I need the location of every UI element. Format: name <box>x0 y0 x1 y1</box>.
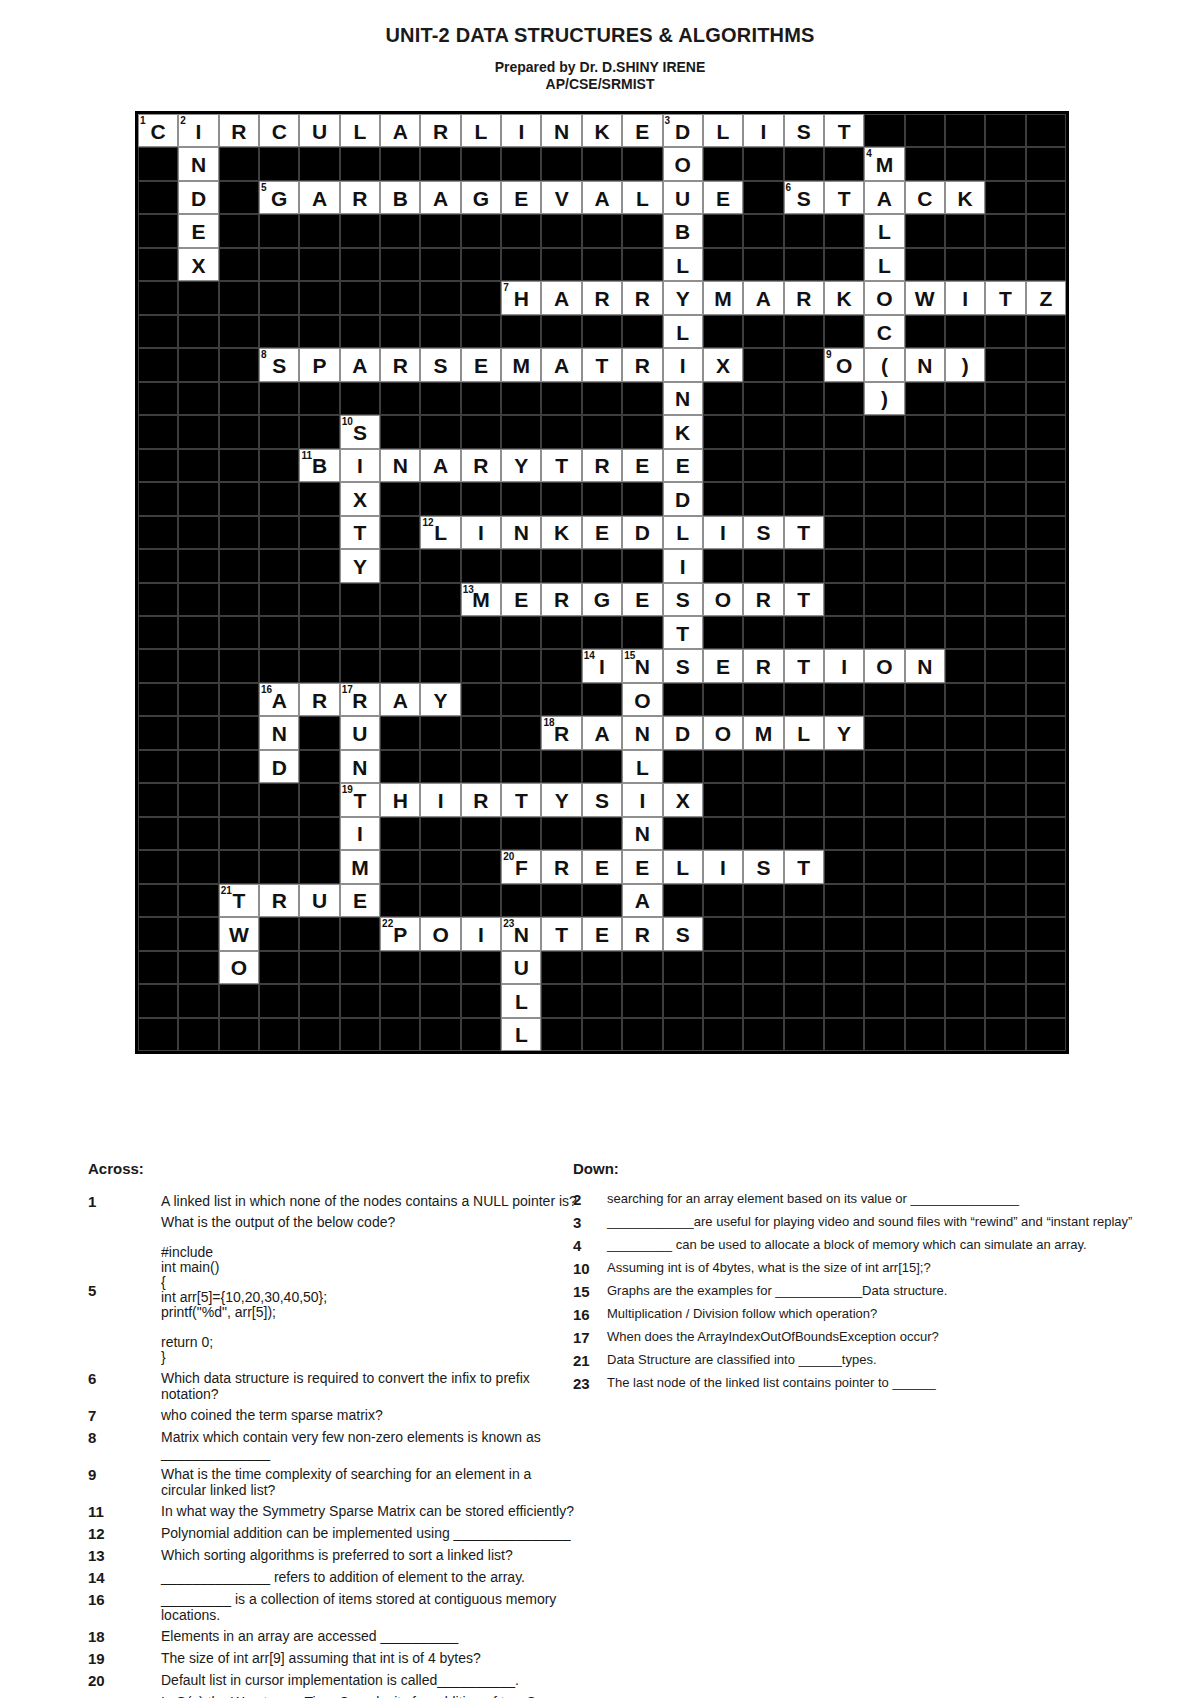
grid-cell[interactable]: N <box>178 147 218 180</box>
grid-cell[interactable]: E <box>461 348 501 381</box>
grid-cell[interactable]: A <box>541 348 581 381</box>
grid-cell[interactable]: E <box>501 583 541 616</box>
grid-cell[interactable]: R <box>582 281 622 314</box>
grid-cell[interactable]: R <box>622 917 662 950</box>
grid-cell <box>784 449 824 482</box>
grid-cell[interactable]: 6S <box>784 181 824 214</box>
grid-cell <box>985 984 1025 1017</box>
grid-cell[interactable]: R <box>340 181 380 214</box>
grid-cell[interactable]: I <box>340 817 380 850</box>
grid-cell[interactable]: I <box>945 281 985 314</box>
grid-cell <box>743 1018 783 1051</box>
grid-cell <box>945 917 985 950</box>
grid-cell[interactable]: O <box>703 716 743 749</box>
grid-cell[interactable]: R <box>380 348 420 381</box>
grid-cell[interactable]: 7H <box>501 281 541 314</box>
grid-cell <box>824 214 864 247</box>
grid-cell[interactable]: I <box>703 516 743 549</box>
grid-cell[interactable]: N <box>905 649 945 682</box>
cell-letter: A <box>352 355 367 376</box>
grid-cell[interactable]: A <box>340 348 380 381</box>
down-clue-15: 15Graphs are the examples for __________… <box>573 1283 1183 1300</box>
grid-cell[interactable]: O <box>663 147 703 180</box>
grid-cell[interactable]: E <box>703 181 743 214</box>
grid-cell[interactable]: 8S <box>259 348 299 381</box>
grid-cell[interactable]: M <box>703 281 743 314</box>
grid-cell[interactable]: I <box>743 114 783 147</box>
grid-cell[interactable]: R <box>541 850 581 883</box>
grid-cell <box>259 147 299 180</box>
across-clue-12: 12Polynomial addition can be implemented… <box>88 1525 578 1542</box>
grid-cell[interactable]: U <box>299 114 339 147</box>
grid-cell[interactable]: T <box>985 281 1025 314</box>
grid-cell[interactable]: I <box>703 850 743 883</box>
cell-number: 11 <box>301 450 312 461</box>
grid-cell[interactable]: R <box>299 683 339 716</box>
grid-cell <box>299 214 339 247</box>
grid-cell[interactable]: I <box>663 348 703 381</box>
grid-cell[interactable]: U <box>340 716 380 749</box>
grid-cell[interactable]: X <box>340 482 380 515</box>
grid-cell[interactable]: Y <box>420 683 460 716</box>
grid-cell[interactable]: ) <box>864 382 904 415</box>
grid-cell[interactable]: T <box>663 616 703 649</box>
grid-cell <box>259 482 299 515</box>
cell-letter: I <box>680 355 686 376</box>
grid-cell[interactable]: 2I <box>178 114 218 147</box>
grid-cell[interactable]: M <box>340 850 380 883</box>
grid-cell[interactable]: S <box>743 516 783 549</box>
grid-cell <box>582 482 622 515</box>
grid-cell[interactable]: O <box>864 649 904 682</box>
page-subtitle-author: Prepared by Dr. D.SHINY IRENE <box>0 59 1200 75</box>
grid-cell[interactable]: A <box>420 181 460 214</box>
grid-cell[interactable]: L <box>663 516 703 549</box>
grid-cell[interactable]: I <box>461 516 501 549</box>
grid-cell <box>743 783 783 816</box>
grid-cell[interactable]: U <box>501 951 541 984</box>
cell-letter: U <box>312 121 327 142</box>
grid-cell[interactable]: 13M <box>461 583 501 616</box>
grid-cell[interactable]: X <box>663 783 703 816</box>
grid-cell[interactable]: L <box>622 181 662 214</box>
grid-cell[interactable]: C <box>905 181 945 214</box>
cell-letter: R <box>352 690 367 711</box>
grid-cell[interactable]: K <box>663 415 703 448</box>
cell-letter: I <box>478 924 484 945</box>
cell-letter: S <box>353 422 367 443</box>
cell-number: 6 <box>786 182 792 193</box>
grid-cell <box>905 716 945 749</box>
grid-cell[interactable]: Z <box>1026 281 1066 314</box>
grid-cell[interactable]: ) <box>945 348 985 381</box>
grid-cell[interactable]: L <box>703 114 743 147</box>
grid-cell <box>905 884 945 917</box>
grid-cell <box>743 917 783 950</box>
grid-cell[interactable]: W <box>905 281 945 314</box>
grid-cell[interactable]: B <box>380 181 420 214</box>
grid-cell[interactable]: H <box>380 783 420 816</box>
grid-cell[interactable]: K <box>945 181 985 214</box>
grid-cell[interactable]: L <box>784 716 824 749</box>
grid-cell <box>461 649 501 682</box>
grid-cell <box>945 583 985 616</box>
grid-cell <box>945 716 985 749</box>
grid-cell <box>138 951 178 984</box>
cell-letter: Y <box>434 690 448 711</box>
grid-cell[interactable]: E <box>582 516 622 549</box>
grid-cell[interactable]: T <box>824 114 864 147</box>
grid-cell[interactable]: L <box>663 315 703 348</box>
grid-cell[interactable]: 21T <box>219 884 259 917</box>
grid-cell <box>864 482 904 515</box>
grid-cell[interactable]: E <box>582 917 622 950</box>
grid-cell <box>864 516 904 549</box>
grid-cell <box>138 214 178 247</box>
grid-cell <box>461 281 501 314</box>
grid-cell[interactable]: R <box>420 114 460 147</box>
grid-cell[interactable]: S <box>663 583 703 616</box>
grid-cell[interactable]: Y <box>340 549 380 582</box>
grid-cell[interactable]: R <box>743 649 783 682</box>
grid-cell[interactable]: E <box>622 850 662 883</box>
grid-cell[interactable]: A <box>743 281 783 314</box>
grid-cell <box>1026 616 1066 649</box>
grid-cell <box>219 181 259 214</box>
cell-letter: Y <box>353 556 367 577</box>
grid-cell[interactable]: 14I <box>582 649 622 682</box>
grid-cell[interactable]: O <box>219 951 259 984</box>
grid-cell[interactable]: R <box>461 449 501 482</box>
grid-cell[interactable]: D <box>622 516 662 549</box>
cell-letter: A <box>393 121 408 142</box>
grid-cell[interactable]: L <box>663 248 703 281</box>
grid-cell <box>663 683 703 716</box>
grid-cell <box>1026 583 1066 616</box>
grid-cell[interactable]: T <box>784 516 824 549</box>
grid-cell[interactable]: E <box>703 649 743 682</box>
grid-cell[interactable]: N <box>380 449 420 482</box>
grid-cell[interactable]: T <box>824 181 864 214</box>
grid-cell[interactable]: S <box>663 917 703 950</box>
grid-cell[interactable]: S <box>784 114 824 147</box>
grid-cell <box>864 884 904 917</box>
cell-number: 5 <box>261 182 267 193</box>
cell-letter: N <box>635 823 650 844</box>
grid-cell <box>259 951 299 984</box>
grid-cell[interactable]: T <box>582 348 622 381</box>
grid-cell <box>824 984 864 1017</box>
grid-cell <box>945 850 985 883</box>
grid-cell[interactable]: I <box>461 917 501 950</box>
grid-cell[interactable]: 12L <box>420 516 460 549</box>
grid-cell[interactable]: 10S <box>340 415 380 448</box>
grid-cell[interactable]: R <box>784 281 824 314</box>
grid-cell[interactable]: D <box>259 750 299 783</box>
grid-cell[interactable]: E <box>501 181 541 214</box>
grid-cell[interactable]: E <box>622 114 662 147</box>
grid-cell[interactable]: 11B <box>299 449 339 482</box>
grid-cell[interactable]: T <box>501 783 541 816</box>
grid-cell <box>905 984 945 1017</box>
grid-cell[interactable]: U <box>663 181 703 214</box>
grid-cell <box>259 649 299 682</box>
grid-cell[interactable]: 5G <box>259 181 299 214</box>
grid-cell[interactable]: I <box>824 649 864 682</box>
grid-cell[interactable]: K <box>824 281 864 314</box>
grid-cell <box>541 248 581 281</box>
grid-cell <box>945 649 985 682</box>
grid-cell <box>461 248 501 281</box>
grid-cell <box>219 850 259 883</box>
cell-letter: N <box>352 757 367 778</box>
grid-cell <box>743 817 783 850</box>
grid-cell[interactable]: E <box>622 449 662 482</box>
grid-cell[interactable]: 22P <box>380 917 420 950</box>
grid-cell[interactable]: C <box>864 315 904 348</box>
grid-cell[interactable]: O <box>622 683 662 716</box>
grid-cell[interactable]: O <box>864 281 904 314</box>
grid-cell[interactable]: R <box>622 281 662 314</box>
grid-cell[interactable]: A <box>541 281 581 314</box>
cell-letter: Y <box>676 288 690 309</box>
grid-cell[interactable]: 17R <box>340 683 380 716</box>
grid-cell[interactable]: 3D <box>663 114 703 147</box>
grid-cell[interactable]: B <box>663 214 703 247</box>
grid-cell[interactable]: S <box>420 348 460 381</box>
grid-cell <box>1026 415 1066 448</box>
grid-cell[interactable]: O <box>420 917 460 950</box>
grid-cell[interactable]: E <box>663 449 703 482</box>
grid-cell[interactable]: N <box>622 716 662 749</box>
grid-cell <box>743 315 783 348</box>
grid-cell[interactable]: D <box>663 482 703 515</box>
grid-cell <box>380 415 420 448</box>
grid-cell[interactable]: A <box>420 449 460 482</box>
grid-cell <box>703 382 743 415</box>
grid-cell[interactable]: E <box>622 583 662 616</box>
grid-cell <box>864 850 904 883</box>
grid-cell[interactable]: T <box>541 917 581 950</box>
cell-number: 16 <box>261 684 272 695</box>
grid-cell[interactable]: P <box>299 348 339 381</box>
grid-cell[interactable]: 18R <box>541 716 581 749</box>
grid-cell <box>905 850 945 883</box>
grid-cell[interactable]: R <box>622 348 662 381</box>
grid-cell <box>541 984 581 1017</box>
grid-cell[interactable]: 19T <box>340 783 380 816</box>
grid-cell[interactable]: K <box>582 114 622 147</box>
grid-cell[interactable]: 4M <box>864 147 904 180</box>
grid-cell <box>945 516 985 549</box>
grid-cell <box>1026 917 1066 950</box>
cell-letter: I <box>599 656 605 677</box>
grid-cell <box>824 850 864 883</box>
grid-cell <box>138 884 178 917</box>
grid-cell <box>461 850 501 883</box>
cell-letter: I <box>518 121 524 142</box>
grid-cell[interactable]: N <box>340 750 380 783</box>
grid-cell[interactable]: S <box>743 850 783 883</box>
grid-cell[interactable]: 20F <box>501 850 541 883</box>
grid-cell[interactable]: L <box>622 750 662 783</box>
grid-cell[interactable]: I <box>663 549 703 582</box>
grid-cell <box>824 415 864 448</box>
grid-cell <box>985 214 1025 247</box>
grid-cell <box>259 415 299 448</box>
grid-cell[interactable]: A <box>299 181 339 214</box>
grid-cell[interactable]: E <box>340 884 380 917</box>
cell-letter: O <box>231 957 247 978</box>
grid-cell[interactable]: 9O <box>824 348 864 381</box>
grid-cell[interactable]: M <box>743 716 783 749</box>
grid-cell <box>340 147 380 180</box>
grid-cell[interactable]: R <box>582 449 622 482</box>
clue-text: _________ can be used to allocate a bloc… <box>607 1237 1087 1254</box>
grid-cell[interactable]: W <box>219 917 259 950</box>
grid-cell[interactable]: E <box>582 850 622 883</box>
grid-cell <box>178 649 218 682</box>
grid-cell[interactable]: 15N <box>622 649 662 682</box>
grid-cell[interactable]: C <box>259 114 299 147</box>
grid-cell[interactable]: D <box>663 716 703 749</box>
grid-cell <box>380 817 420 850</box>
grid-cell[interactable]: D <box>178 181 218 214</box>
cell-letter: D <box>272 757 287 778</box>
cell-letter: U <box>514 957 529 978</box>
grid-cell[interactable]: A <box>864 181 904 214</box>
cell-letter: L <box>878 255 891 276</box>
cell-letter: E <box>353 890 367 911</box>
grid-cell[interactable]: N <box>541 114 581 147</box>
grid-cell <box>420 1018 460 1051</box>
grid-cell[interactable]: R <box>743 583 783 616</box>
cell-letter: R <box>756 656 771 677</box>
cell-letter: O <box>634 690 650 711</box>
grid-cell <box>1026 783 1066 816</box>
grid-cell[interactable]: G <box>582 583 622 616</box>
cell-letter: R <box>312 690 327 711</box>
grid-cell <box>340 583 380 616</box>
grid-cell <box>703 884 743 917</box>
grid-cell[interactable]: R <box>219 114 259 147</box>
cell-letter: T <box>353 790 366 811</box>
clue-text: Elements in an array are accessed ______… <box>161 1628 458 1645</box>
grid-cell[interactable]: N <box>905 348 945 381</box>
grid-cell <box>461 884 501 917</box>
cell-letter: C <box>151 121 166 142</box>
clue-text: who coined the term sparse matrix? <box>161 1407 383 1424</box>
grid-cell[interactable]: O <box>703 583 743 616</box>
grid-cell[interactable]: L <box>864 214 904 247</box>
cell-number: 18 <box>543 717 554 728</box>
grid-cell[interactable]: A <box>380 114 420 147</box>
grid-cell[interactable]: 16A <box>259 683 299 716</box>
grid-cell[interactable]: L <box>340 114 380 147</box>
grid-cell <box>420 315 460 348</box>
grid-cell[interactable]: 1C <box>138 114 178 147</box>
grid-cell <box>1026 147 1066 180</box>
grid-cell[interactable]: N <box>663 382 703 415</box>
grid-cell[interactable]: S <box>663 649 703 682</box>
grid-cell[interactable]: R <box>259 884 299 917</box>
grid-cell[interactable]: M <box>501 348 541 381</box>
grid-cell[interactable]: Y <box>501 449 541 482</box>
cell-letter: R <box>594 455 609 476</box>
grid-cell[interactable]: V <box>541 181 581 214</box>
clue-text: ____________are useful for playing video… <box>607 1214 1132 1231</box>
grid-cell <box>501 382 541 415</box>
cell-letter: M <box>351 857 369 878</box>
grid-cell <box>178 482 218 515</box>
clue-number: 23 <box>573 1375 607 1392</box>
grid-cell[interactable]: S <box>582 783 622 816</box>
cell-number: 1 <box>140 115 146 126</box>
grid-cell[interactable]: L <box>663 850 703 883</box>
grid-cell[interactable]: T <box>340 516 380 549</box>
grid-cell <box>138 482 178 515</box>
grid-cell[interactable]: R <box>541 583 581 616</box>
grid-cell[interactable]: A <box>582 181 622 214</box>
grid-cell[interactable]: T <box>784 583 824 616</box>
grid-cell[interactable]: A <box>380 683 420 716</box>
grid-cell[interactable]: G <box>461 181 501 214</box>
clue-number: 2 <box>573 1191 607 1208</box>
grid-cell[interactable]: Y <box>824 716 864 749</box>
grid-cell[interactable]: I <box>622 783 662 816</box>
grid-cell[interactable]: ( <box>864 348 904 381</box>
grid-cell[interactable]: X <box>178 248 218 281</box>
cell-letter: E <box>635 455 649 476</box>
grid-cell[interactable]: X <box>703 348 743 381</box>
grid-cell[interactable]: 23N <box>501 917 541 950</box>
grid-cell <box>219 482 259 515</box>
grid-cell[interactable]: N <box>501 516 541 549</box>
grid-cell[interactable]: U <box>299 884 339 917</box>
down-clue-3: 3____________are useful for playing vide… <box>573 1214 1183 1231</box>
grid-cell[interactable]: Y <box>541 783 581 816</box>
grid-cell[interactable]: E <box>178 214 218 247</box>
grid-cell[interactable]: L <box>461 114 501 147</box>
grid-cell[interactable]: L <box>864 248 904 281</box>
grid-cell[interactable]: K <box>541 516 581 549</box>
grid-cell[interactable]: T <box>784 649 824 682</box>
grid-cell <box>420 281 460 314</box>
grid-cell[interactable]: I <box>501 114 541 147</box>
grid-cell[interactable]: R <box>461 783 501 816</box>
grid-cell[interactable]: I <box>420 783 460 816</box>
grid-cell <box>178 549 218 582</box>
grid-cell[interactable]: L <box>501 984 541 1017</box>
grid-cell <box>138 583 178 616</box>
grid-cell[interactable]: N <box>259 716 299 749</box>
grid-cell[interactable]: T <box>784 850 824 883</box>
grid-cell[interactable]: Y <box>663 281 703 314</box>
grid-cell[interactable]: A <box>622 884 662 917</box>
grid-cell <box>1026 817 1066 850</box>
grid-cell <box>420 750 460 783</box>
grid-cell <box>784 315 824 348</box>
grid-cell <box>582 683 622 716</box>
grid-cell <box>622 616 662 649</box>
grid-cell <box>824 147 864 180</box>
grid-cell[interactable]: A <box>582 716 622 749</box>
grid-cell[interactable]: L <box>501 1018 541 1051</box>
grid-cell[interactable]: T <box>541 449 581 482</box>
grid-cell[interactable]: N <box>622 817 662 850</box>
cell-letter: S <box>676 589 690 610</box>
grid-cell[interactable]: I <box>340 449 380 482</box>
